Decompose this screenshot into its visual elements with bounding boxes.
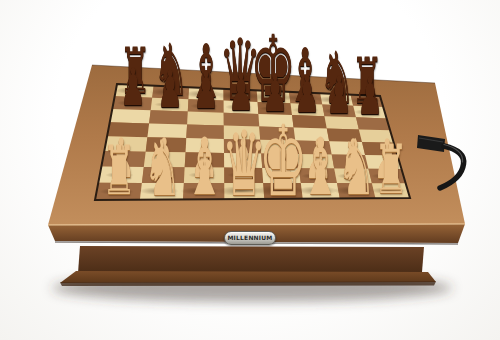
piece-white-rook-a1[interactable]: ♜ xyxy=(100,137,138,205)
piece-black-pawn-g7[interactable]: ♟ xyxy=(325,69,354,121)
box-body xyxy=(78,246,424,273)
brand-badge-label: MILLENNIUM xyxy=(227,235,272,241)
piece-black-pawn-d7[interactable]: ♟ xyxy=(226,66,255,118)
piece-white-knight-b1[interactable]: ♞ xyxy=(141,130,184,207)
piece-black-pawn-c7[interactable]: ♟ xyxy=(191,64,220,116)
piece-black-pawn-h7[interactable]: ♟ xyxy=(355,70,384,122)
piece-black-pawn-a7[interactable]: ♟ xyxy=(118,61,147,113)
product-photo: ♜♞♝♛♚♝♞♜♟♟♟♟♟♟♟♟♟♟♟♟♟♟♟♟♜♞♝♛♚♝♞♜ MILLENN… xyxy=(0,0,500,340)
piece-black-pawn-b7[interactable]: ♟ xyxy=(155,63,184,115)
piece-white-rook-h1[interactable]: ♜ xyxy=(372,136,410,204)
brand-badge: MILLENNIUM xyxy=(224,231,276,245)
base-plinth xyxy=(60,271,436,283)
